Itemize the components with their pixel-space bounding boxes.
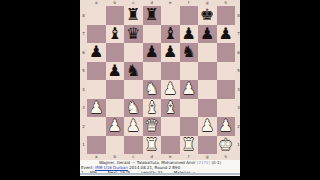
square-g6[interactable] xyxy=(198,43,217,62)
white-pawn-h2[interactable]: ♟ xyxy=(219,117,233,135)
rank-label-3: 3 xyxy=(235,99,242,118)
rank-label-3: 3 xyxy=(80,99,87,118)
board: ♜♜♚♝♛♝♟♟♟♟♟♟♞♟♞♞♟♟♟♞♝♝♟♟♛♟♟♜♜♚ xyxy=(87,6,235,154)
square-h4[interactable] xyxy=(217,80,236,99)
white-pawn-f4[interactable]: ♟ xyxy=(182,80,196,98)
square-f6[interactable]: ♞ xyxy=(180,43,199,62)
square-g5[interactable] xyxy=(198,62,217,81)
white-rook-d1[interactable]: ♜ xyxy=(145,136,159,154)
rank-labels-right: 87654321 xyxy=(235,6,242,154)
black-queen-c7[interactable]: ♛ xyxy=(126,25,140,43)
white-pawn-g2[interactable]: ♟ xyxy=(200,117,214,135)
square-c8[interactable]: ♜ xyxy=(124,6,143,25)
rank-label-8: 8 xyxy=(80,6,87,25)
square-c4[interactable] xyxy=(124,80,143,99)
square-d6[interactable]: ♟ xyxy=(143,43,162,62)
square-g1[interactable] xyxy=(198,136,217,155)
square-c7[interactable]: ♛ xyxy=(124,25,143,44)
square-g7[interactable]: ♟ xyxy=(198,25,217,44)
square-d5[interactable] xyxy=(143,62,162,81)
square-c2[interactable]: ♟ xyxy=(124,117,143,136)
square-c6[interactable] xyxy=(124,43,143,62)
square-b7[interactable]: ♝ xyxy=(106,25,125,44)
white-bishop-e3[interactable]: ♝ xyxy=(163,99,177,117)
black-pawn-d6[interactable]: ♟ xyxy=(145,43,159,61)
square-f5[interactable] xyxy=(180,62,199,81)
square-f4[interactable]: ♟ xyxy=(180,80,199,99)
square-g4[interactable] xyxy=(198,80,217,99)
square-e5[interactable] xyxy=(161,62,180,81)
white-rook-f1[interactable]: ♜ xyxy=(182,136,196,154)
game-result: (0-1) xyxy=(211,160,221,165)
square-f7[interactable]: ♟ xyxy=(180,25,199,44)
square-a5[interactable] xyxy=(87,62,106,81)
black-knight-f6[interactable]: ♞ xyxy=(182,43,196,61)
square-b5[interactable]: ♟ xyxy=(106,62,125,81)
square-d3[interactable]: ♝ xyxy=(143,99,162,118)
elo-rating: (2172) xyxy=(197,160,210,165)
square-g2[interactable]: ♟ xyxy=(198,117,217,136)
square-a1[interactable] xyxy=(87,136,106,155)
white-king-h1[interactable]: ♚ xyxy=(219,136,233,154)
black-pawn-e6[interactable]: ♟ xyxy=(163,43,177,61)
square-a7[interactable] xyxy=(87,25,106,44)
square-h2[interactable]: ♟ xyxy=(217,117,236,136)
square-f1[interactable]: ♜ xyxy=(180,136,199,155)
white-pawn-e4[interactable]: ♟ xyxy=(163,80,177,98)
black-bishop-b7[interactable]: ♝ xyxy=(108,25,122,43)
black-pawn-h7[interactable]: ♟ xyxy=(219,25,233,43)
rank-label-1: 1 xyxy=(80,136,87,155)
chess-panel: abcdefgh 87654321 ♜♜♚♝♛♝♟♟♟♟♟♟♞♟♞♞♟♟♟♞♝♝… xyxy=(80,0,240,176)
square-f2[interactable] xyxy=(180,117,199,136)
rank-label-6: 6 xyxy=(80,43,87,62)
square-g8[interactable]: ♚ xyxy=(198,6,217,25)
black-pawn-f7[interactable]: ♟ xyxy=(182,25,196,43)
square-e1[interactable] xyxy=(161,136,180,155)
rank-label-7: 7 xyxy=(235,25,242,44)
black-pawn-b5[interactable]: ♟ xyxy=(108,62,122,80)
black-rook-d8[interactable]: ♜ xyxy=(145,6,159,24)
square-e8[interactable] xyxy=(161,6,180,25)
square-g3[interactable] xyxy=(198,99,217,118)
rank-label-5: 5 xyxy=(80,62,87,81)
white-queen-d2[interactable]: ♛ xyxy=(145,117,159,135)
white-pawn-a3[interactable]: ♟ xyxy=(89,99,103,117)
square-f8[interactable] xyxy=(180,6,199,25)
square-h8[interactable] xyxy=(217,6,236,25)
rank-label-2: 2 xyxy=(80,117,87,136)
square-h3[interactable] xyxy=(217,99,236,118)
white-bishop-d3[interactable]: ♝ xyxy=(145,99,159,117)
square-c3[interactable]: ♞ xyxy=(124,99,143,118)
white-pawn-c2[interactable]: ♟ xyxy=(126,117,140,135)
white-pawn-b2[interactable]: ♟ xyxy=(108,117,122,135)
black-knight-c5[interactable]: ♞ xyxy=(126,62,140,80)
black-pawn-g7[interactable]: ♟ xyxy=(200,25,214,43)
black-rook-c8[interactable]: ♜ xyxy=(126,6,140,24)
rank-labels-left: 87654321 xyxy=(80,6,87,154)
square-d7[interactable] xyxy=(143,25,162,44)
rank-label-6: 6 xyxy=(235,43,242,62)
square-b3[interactable] xyxy=(106,99,125,118)
rank-label-8: 8 xyxy=(235,6,242,25)
square-h1[interactable]: ♚ xyxy=(217,136,236,155)
square-b2[interactable]: ♟ xyxy=(106,117,125,136)
square-a6[interactable]: ♟ xyxy=(87,43,106,62)
square-d4[interactable]: ♞ xyxy=(143,80,162,99)
rank-label-1: 1 xyxy=(235,136,242,155)
rank-label-4: 4 xyxy=(80,80,87,99)
square-b8[interactable] xyxy=(106,6,125,25)
square-b4[interactable] xyxy=(106,80,125,99)
square-e3[interactable]: ♝ xyxy=(161,99,180,118)
white-knight-d4[interactable]: ♞ xyxy=(145,80,159,98)
divider xyxy=(80,173,240,175)
square-h6[interactable] xyxy=(217,43,236,62)
square-a4[interactable] xyxy=(87,80,106,99)
black-king-g8[interactable]: ♚ xyxy=(200,6,214,24)
square-d2[interactable]: ♛ xyxy=(143,117,162,136)
square-a2[interactable] xyxy=(87,117,106,136)
video-frame: abcdefgh 87654321 ♜♜♚♝♛♝♟♟♟♟♟♟♞♟♞♞♟♟♟♞♝♝… xyxy=(0,0,320,180)
square-f3[interactable] xyxy=(180,99,199,118)
square-e6[interactable]: ♟ xyxy=(161,43,180,62)
square-b1[interactable] xyxy=(106,136,125,155)
white-knight-c3[interactable]: ♞ xyxy=(126,99,140,117)
square-a8[interactable] xyxy=(87,6,106,25)
square-e7[interactable]: ♝ xyxy=(161,25,180,44)
square-h7[interactable]: ♟ xyxy=(217,25,236,44)
square-c5[interactable]: ♞ xyxy=(124,62,143,81)
square-h5[interactable] xyxy=(217,62,236,81)
rank-label-4: 4 xyxy=(235,80,242,99)
square-a3[interactable]: ♟ xyxy=(87,99,106,118)
square-d1[interactable]: ♜ xyxy=(143,136,162,155)
square-e2[interactable] xyxy=(161,117,180,136)
black-pawn-a6[interactable]: ♟ xyxy=(89,43,103,61)
square-b6[interactable] xyxy=(106,43,125,62)
rank-label-5: 5 xyxy=(235,62,242,81)
square-c1[interactable] xyxy=(124,136,143,155)
black-bishop-e7[interactable]: ♝ xyxy=(163,25,177,43)
square-e4[interactable]: ♟ xyxy=(161,80,180,99)
rank-label-2: 2 xyxy=(235,117,242,136)
square-d8[interactable]: ♜ xyxy=(143,6,162,25)
rank-label-7: 7 xyxy=(80,25,87,44)
